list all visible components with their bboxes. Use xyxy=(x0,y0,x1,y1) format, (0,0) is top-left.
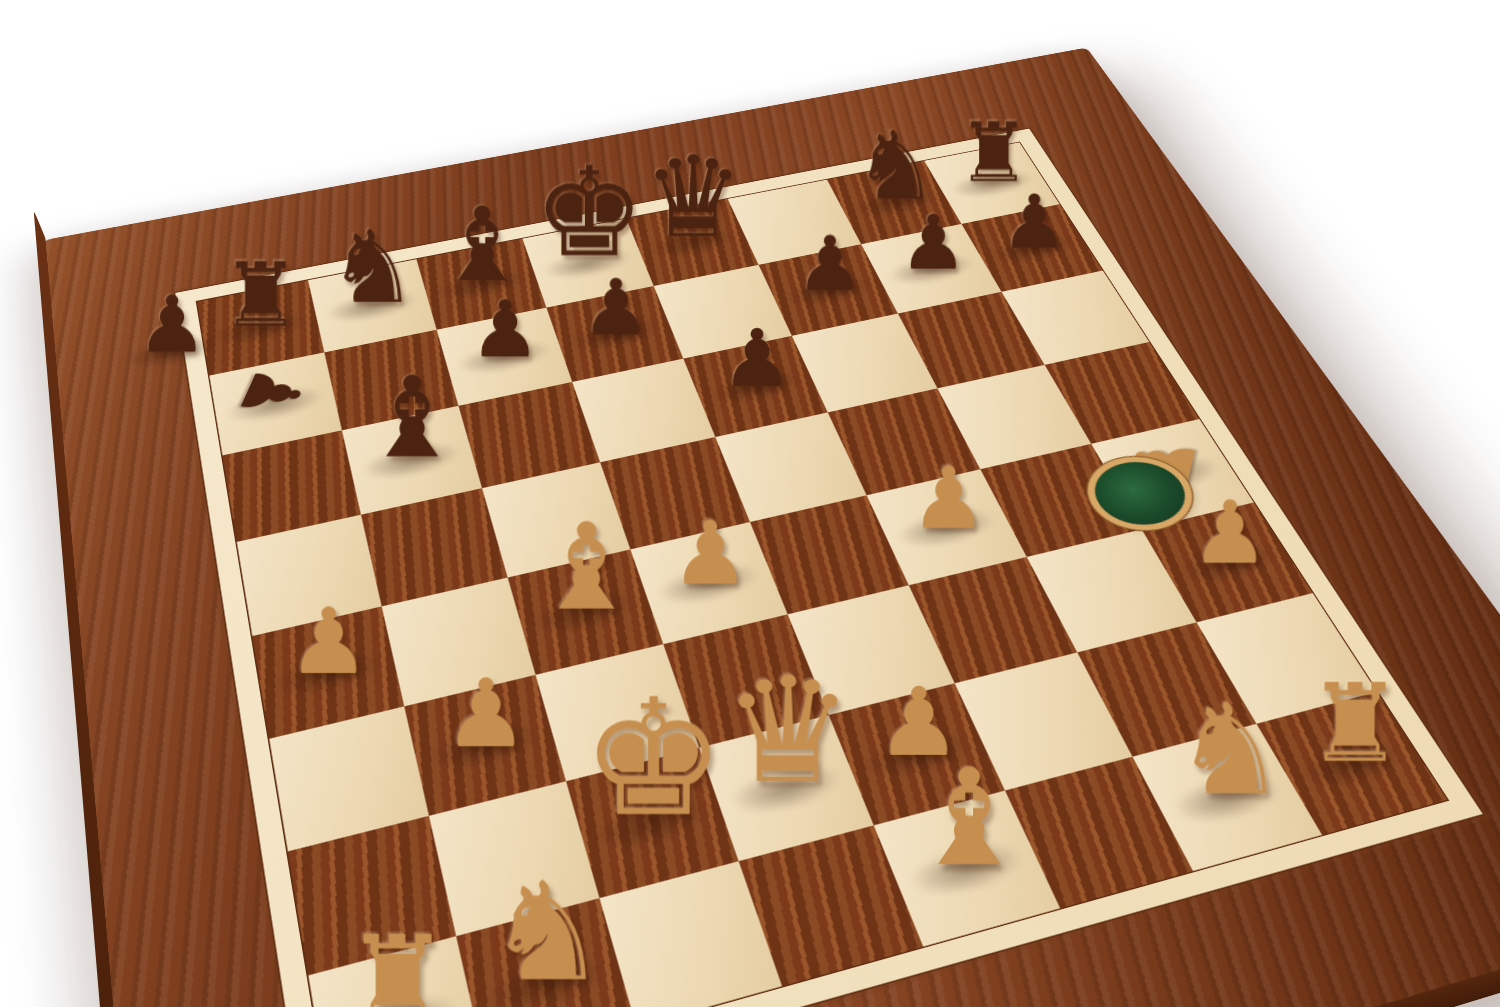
black-pawn-h7[interactable]: ♟ xyxy=(976,128,1091,251)
white-pawn-b3[interactable]: ♟ xyxy=(413,594,560,750)
black-knight-g8-icon: ♞ xyxy=(840,118,953,213)
white-pawn-b3-icon: ♟ xyxy=(413,666,560,760)
black-rook-h8-icon: ♜ xyxy=(938,112,1049,194)
white-pawn-f4-icon: ♟ xyxy=(882,455,1015,541)
square-g8[interactable] xyxy=(827,160,961,243)
shadow-black-rook-h8 xyxy=(945,164,1039,202)
loose-black-pawn-a8-icon: ♟ xyxy=(112,285,234,364)
square-e8[interactable] xyxy=(626,198,758,285)
black-king-d8[interactable]: ♚ xyxy=(531,142,647,266)
square-a7[interactable] xyxy=(209,352,342,455)
shadow-black-pawn-d7 xyxy=(564,312,665,357)
black-pawn-c7-icon: ♟ xyxy=(444,290,566,369)
shadow-loose-black-pawn-a8 xyxy=(122,329,222,375)
square-g6[interactable] xyxy=(898,291,1045,388)
black-pawn-e6[interactable]: ♟ xyxy=(695,258,819,390)
black-bishop-b6-icon: ♝ xyxy=(348,361,477,473)
black-queen-e8-icon: ♛ xyxy=(636,141,751,254)
white-pawn-a4[interactable]: ♟ xyxy=(258,526,400,677)
square-e6[interactable] xyxy=(683,335,827,436)
square-h6[interactable] xyxy=(1002,270,1150,364)
square-d7[interactable] xyxy=(546,286,683,382)
shadow-black-bishop-b6 xyxy=(358,435,465,486)
shadow-black-knight-b8 xyxy=(323,284,422,328)
black-rook-a8[interactable]: ♜ xyxy=(201,203,321,332)
white-pawn-d4-icon: ♟ xyxy=(642,509,778,597)
square-d8[interactable] xyxy=(522,218,653,307)
shadow-black-rook-a8 xyxy=(211,306,310,351)
black-pawn-c7[interactable]: ♟ xyxy=(444,230,566,360)
black-pawn-e6-icon: ♟ xyxy=(695,319,819,399)
black-pawn-g7[interactable]: ♟ xyxy=(875,148,992,273)
loose-black-pawn-a8[interactable]: ♟ xyxy=(112,225,234,355)
white-knight-g1-icon: ♞ xyxy=(1155,686,1305,812)
black-bishop-b6[interactable]: ♝ xyxy=(348,327,477,464)
black-pawn-g7-icon: ♟ xyxy=(875,205,992,280)
white-pawn-d4[interactable]: ♟ xyxy=(642,442,778,588)
square-g7[interactable] xyxy=(861,224,1001,314)
black-rook-h8[interactable]: ♜ xyxy=(938,67,1049,186)
square-h7[interactable] xyxy=(961,204,1102,292)
black-king-d8-icon: ♚ xyxy=(531,150,647,274)
black-knight-b8-icon: ♞ xyxy=(313,217,432,318)
shadow-black-king-d8 xyxy=(539,243,636,285)
fallen-black-pawn-a7-icon: ♟ xyxy=(219,351,324,435)
shadow-black-bishop-c8 xyxy=(432,263,530,306)
square-e7[interactable] xyxy=(654,264,792,358)
square-b8[interactable] xyxy=(308,259,437,352)
product-photo-scene: ♜♞♝♚♛♞♜♟♟♟♟♟♟♝♟♟♜♞♚♛♝♝♞♜♟♟♟♟♟♟♟ Wooden f… xyxy=(0,0,1500,1007)
shadow-black-pawn-e6 xyxy=(703,363,807,410)
square-c7[interactable] xyxy=(437,307,573,405)
black-pawn-d7[interactable]: ♟ xyxy=(556,209,677,338)
shadow-black-knight-g8 xyxy=(847,183,942,222)
white-pawn-f4[interactable]: ♟ xyxy=(882,390,1015,532)
white-rook-a1[interactable]: ♜ xyxy=(316,856,480,1007)
white-queen-d2-icon: ♛ xyxy=(714,657,863,803)
white-bishop-e1-icon: ♝ xyxy=(892,751,1046,885)
square-b6[interactable] xyxy=(342,405,482,514)
white-king-c2-icon: ♚ xyxy=(578,677,729,838)
white-knight-b1[interactable]: ♞ xyxy=(466,817,627,989)
shadow-black-pawn-c7 xyxy=(453,334,555,380)
shadow-black-pawn-g7 xyxy=(882,248,981,290)
black-rook-a8-icon: ♜ xyxy=(201,251,321,339)
black-queen-e8[interactable]: ♛ xyxy=(636,123,751,246)
black-pawn-d7-icon: ♟ xyxy=(556,268,677,346)
white-rook-a1-icon: ♜ xyxy=(316,921,480,1007)
square-h8[interactable] xyxy=(924,142,1059,224)
chess-board: ♜♞♝♚♛♞♜♟♟♟♟♟♟♝♟♟♜♞♚♛♝♝♞♜♟♟♟♟♟♟♟ xyxy=(43,47,1500,1007)
black-bishop-c8-icon: ♝ xyxy=(423,193,541,295)
white-pawn-a4-icon: ♟ xyxy=(258,595,400,687)
white-king-c2[interactable]: ♚ xyxy=(578,667,729,828)
square-f8[interactable] xyxy=(728,179,861,264)
pieces-layer: ♜♞♝♚♛♞♜♟♟♟♟♟♟♝♟♟♜♞♚♛♝♝♞♜♟♟♟♟♟♟♟ xyxy=(43,47,1500,1007)
black-pawn-f7-icon: ♟ xyxy=(771,225,889,301)
white-bishop-e1[interactable]: ♝ xyxy=(892,710,1046,875)
black-pawn-h7-icon: ♟ xyxy=(976,185,1091,259)
shadow-black-queen-e8 xyxy=(644,222,740,263)
black-bishop-c8[interactable]: ♝ xyxy=(423,162,541,288)
black-knight-b8[interactable]: ♞ xyxy=(313,182,432,309)
square-c8[interactable] xyxy=(416,238,546,329)
shadow-fallen-black-pawn-a7 xyxy=(224,380,327,428)
white-knight-g1[interactable]: ♞ xyxy=(1155,643,1305,803)
fallen-black-pawn-a7[interactable]: ♟ xyxy=(212,354,338,452)
white-queen-d2[interactable]: ♛ xyxy=(714,634,863,793)
white-pawn-h3[interactable]: ♟ xyxy=(1162,423,1297,567)
shadow-black-pawn-h7 xyxy=(983,228,1081,269)
square-f7[interactable] xyxy=(759,244,898,336)
shadow-black-pawn-f7 xyxy=(779,269,878,312)
square-a8[interactable] xyxy=(197,280,324,375)
white-knight-b1-icon: ♞ xyxy=(466,864,627,1000)
black-pawn-f7[interactable]: ♟ xyxy=(771,167,889,293)
board-perspective-wrapper: ♜♞♝♚♛♞♜♟♟♟♟♟♟♝♟♟♜♞♚♛♝♝♞♜♟♟♟♟♟♟♟ xyxy=(43,47,1500,1007)
black-knight-g8[interactable]: ♞ xyxy=(840,86,953,206)
square-b7[interactable] xyxy=(324,329,458,430)
white-pawn-h3-icon: ♟ xyxy=(1162,489,1297,576)
